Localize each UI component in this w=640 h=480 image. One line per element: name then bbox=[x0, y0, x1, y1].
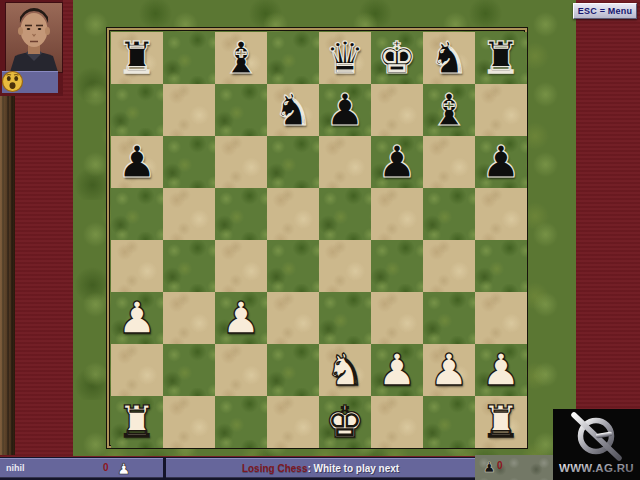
white-pawn[interactable]: ♟ bbox=[429, 344, 468, 396]
square-c7[interactable] bbox=[215, 84, 267, 136]
white-capture-count: 0 bbox=[103, 462, 109, 473]
wood-plank bbox=[0, 91, 15, 455]
square-a2[interactable] bbox=[111, 344, 163, 396]
square-c1[interactable] bbox=[215, 396, 267, 448]
white-knight[interactable]: ♞ bbox=[325, 344, 364, 396]
black-pawn[interactable]: ♟ bbox=[481, 136, 520, 188]
white-pawn[interactable]: ♟ bbox=[117, 292, 156, 344]
chess-board[interactable]: ♜♝♛♚♞♜♞♟♝♟♟♟♟♟♞♟♟♟♜♚♜ bbox=[111, 32, 527, 448]
player-panel bbox=[0, 0, 63, 96]
square-f8[interactable]: ♚ bbox=[371, 32, 423, 84]
white-king[interactable]: ♚ bbox=[325, 396, 364, 448]
square-e2[interactable]: ♞ bbox=[319, 344, 371, 396]
white-pawn[interactable]: ♟ bbox=[481, 344, 520, 396]
square-h2[interactable]: ♟ bbox=[475, 344, 527, 396]
square-a5[interactable] bbox=[111, 188, 163, 240]
square-d5[interactable] bbox=[267, 188, 319, 240]
square-c8[interactable]: ♝ bbox=[215, 32, 267, 84]
board-frame: ♜♝♛♚♞♜♞♟♝♟♟♟♟♟♞♟♟♟♜♚♜ bbox=[107, 28, 527, 448]
square-f4[interactable] bbox=[371, 240, 423, 292]
white-rook[interactable]: ♜ bbox=[117, 396, 156, 448]
square-f3[interactable] bbox=[371, 292, 423, 344]
ag-logo-icon: WWW.AG.RU bbox=[553, 409, 640, 480]
variant-label: Losing Chess bbox=[242, 463, 308, 474]
square-f5[interactable] bbox=[371, 188, 423, 240]
square-b3[interactable] bbox=[163, 292, 215, 344]
square-h8[interactable]: ♜ bbox=[475, 32, 527, 84]
square-g6[interactable] bbox=[423, 136, 475, 188]
square-e3[interactable] bbox=[319, 292, 371, 344]
square-a8[interactable]: ♜ bbox=[111, 32, 163, 84]
square-c6[interactable] bbox=[215, 136, 267, 188]
ag-logo-block: WWW.AG.RU bbox=[553, 409, 640, 480]
black-pawn[interactable]: ♟ bbox=[325, 84, 364, 136]
square-e1[interactable]: ♚ bbox=[319, 396, 371, 448]
black-king[interactable]: ♚ bbox=[377, 32, 416, 84]
square-b6[interactable] bbox=[163, 136, 215, 188]
square-b7[interactable] bbox=[163, 84, 215, 136]
square-f6[interactable]: ♟ bbox=[371, 136, 423, 188]
square-d1[interactable] bbox=[267, 396, 319, 448]
square-b5[interactable] bbox=[163, 188, 215, 240]
game-status-section: Losing Chess: White to play next bbox=[166, 458, 475, 478]
square-g8[interactable]: ♞ bbox=[423, 32, 475, 84]
surprised-smiley-icon bbox=[1, 70, 24, 93]
white-rook[interactable]: ♜ bbox=[481, 396, 520, 448]
square-h5[interactable] bbox=[475, 188, 527, 240]
black-rook[interactable]: ♜ bbox=[481, 32, 520, 84]
square-c2[interactable] bbox=[215, 344, 267, 396]
square-b4[interactable] bbox=[163, 240, 215, 292]
black-bishop[interactable]: ♝ bbox=[429, 84, 468, 136]
square-e4[interactable] bbox=[319, 240, 371, 292]
square-d3[interactable] bbox=[267, 292, 319, 344]
black-pawn[interactable]: ♟ bbox=[117, 136, 156, 188]
white-pawn-icon: ♟ bbox=[117, 460, 130, 478]
white-pawn[interactable]: ♟ bbox=[377, 344, 416, 396]
square-a1[interactable]: ♜ bbox=[111, 396, 163, 448]
black-capture-count: 0 bbox=[497, 460, 503, 471]
square-e6[interactable] bbox=[319, 136, 371, 188]
square-d2[interactable] bbox=[267, 344, 319, 396]
square-f2[interactable]: ♟ bbox=[371, 344, 423, 396]
game-screen: ♜♝♛♚♞♜♞♟♝♟♟♟♟♟♞♟♟♟♜♚♜ ESC = Menu bbox=[0, 0, 640, 480]
square-h7[interactable] bbox=[475, 84, 527, 136]
black-queen[interactable]: ♛ bbox=[325, 32, 364, 84]
black-pawn[interactable]: ♟ bbox=[377, 136, 416, 188]
square-a7[interactable] bbox=[111, 84, 163, 136]
square-g7[interactable]: ♝ bbox=[423, 84, 475, 136]
white-pawn[interactable]: ♟ bbox=[221, 292, 260, 344]
square-d4[interactable] bbox=[267, 240, 319, 292]
esc-menu-label: ESC = Menu bbox=[578, 6, 632, 16]
square-c3[interactable]: ♟ bbox=[215, 292, 267, 344]
square-g2[interactable]: ♟ bbox=[423, 344, 475, 396]
square-a6[interactable]: ♟ bbox=[111, 136, 163, 188]
black-knight[interactable]: ♞ bbox=[429, 32, 468, 84]
square-b8[interactable] bbox=[163, 32, 215, 84]
square-g5[interactable] bbox=[423, 188, 475, 240]
black-pawn-icon: ♟ bbox=[483, 458, 496, 476]
turn-indicator: : White to play next bbox=[307, 463, 399, 474]
square-b1[interactable] bbox=[163, 396, 215, 448]
black-bishop[interactable]: ♝ bbox=[221, 32, 260, 84]
player-status-section: nihil 0 ♟ bbox=[0, 458, 163, 478]
square-g1[interactable] bbox=[423, 396, 475, 448]
square-f1[interactable] bbox=[371, 396, 423, 448]
avatar bbox=[6, 3, 62, 72]
esc-menu-button[interactable]: ESC = Menu bbox=[573, 3, 637, 19]
black-rook[interactable]: ♜ bbox=[117, 32, 156, 84]
square-e8[interactable]: ♛ bbox=[319, 32, 371, 84]
square-e5[interactable] bbox=[319, 188, 371, 240]
square-c4[interactable] bbox=[215, 240, 267, 292]
square-a4[interactable] bbox=[111, 240, 163, 292]
square-f7[interactable] bbox=[371, 84, 423, 136]
square-d6[interactable] bbox=[267, 136, 319, 188]
black-knight[interactable]: ♞ bbox=[273, 84, 312, 136]
square-h3[interactable] bbox=[475, 292, 527, 344]
square-a3[interactable]: ♟ bbox=[111, 292, 163, 344]
ag-logo-text: WWW.AG.RU bbox=[559, 462, 634, 474]
square-c5[interactable] bbox=[215, 188, 267, 240]
square-g3[interactable] bbox=[423, 292, 475, 344]
square-b2[interactable] bbox=[163, 344, 215, 396]
black-capture-tray: ♟ 0 bbox=[475, 455, 553, 480]
square-h6[interactable]: ♟ bbox=[475, 136, 527, 188]
square-h1[interactable]: ♜ bbox=[475, 396, 527, 448]
square-d7[interactable]: ♞ bbox=[267, 84, 319, 136]
square-e7[interactable]: ♟ bbox=[319, 84, 371, 136]
square-g4[interactable] bbox=[423, 240, 475, 292]
square-d8[interactable] bbox=[267, 32, 319, 84]
square-h4[interactable] bbox=[475, 240, 527, 292]
player-name: nihil bbox=[0, 463, 25, 473]
